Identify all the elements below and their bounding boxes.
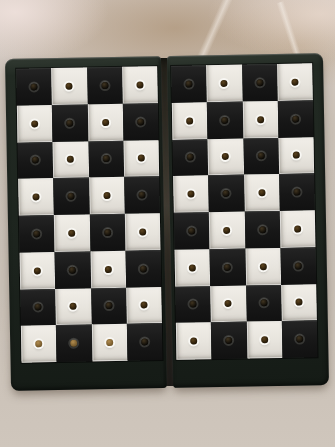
square-h6 bbox=[278, 137, 314, 174]
square-b4 bbox=[54, 214, 90, 251]
peg-hole-icon bbox=[295, 262, 302, 269]
square-g4 bbox=[244, 211, 280, 248]
square-b3 bbox=[55, 251, 91, 288]
square-b7 bbox=[52, 104, 88, 141]
peg-hole-icon bbox=[137, 118, 144, 125]
peg-hole-icon bbox=[102, 155, 109, 162]
square-d7 bbox=[123, 103, 159, 140]
peg-hole-icon bbox=[190, 338, 197, 345]
square-a7 bbox=[17, 105, 53, 142]
peg-hole-icon bbox=[260, 300, 267, 307]
square-b1 bbox=[56, 325, 92, 362]
peg-hole-icon bbox=[223, 190, 230, 197]
table-surface bbox=[0, 0, 335, 447]
peg-hole-icon bbox=[292, 115, 299, 122]
peg-hole-icon bbox=[221, 80, 228, 87]
square-a3 bbox=[20, 252, 56, 289]
peg-hole-icon bbox=[256, 79, 263, 86]
square-c7 bbox=[87, 104, 123, 141]
square-b8 bbox=[51, 67, 87, 104]
peg-hole-icon bbox=[189, 264, 196, 271]
square-e8 bbox=[171, 65, 207, 102]
peg-hole-icon bbox=[222, 153, 229, 160]
peg-hole-icon bbox=[190, 301, 197, 308]
peg-hole-icon bbox=[186, 117, 193, 124]
square-c6 bbox=[88, 140, 124, 177]
peg-hole-icon bbox=[259, 226, 266, 233]
square-a4 bbox=[19, 215, 55, 252]
peg-hole-icon bbox=[224, 263, 231, 270]
peg-hole-icon bbox=[294, 225, 301, 232]
peg-hole-icon bbox=[70, 303, 77, 310]
peg-hole-icon bbox=[105, 302, 112, 309]
board-left-half bbox=[5, 56, 167, 391]
square-d4 bbox=[125, 213, 161, 250]
square-c3 bbox=[90, 251, 126, 288]
peg-hole-icon bbox=[188, 227, 195, 234]
square-e3 bbox=[175, 249, 211, 286]
square-a1 bbox=[21, 325, 57, 362]
square-g6 bbox=[243, 137, 279, 174]
square-b6 bbox=[53, 141, 89, 178]
square-d6 bbox=[123, 140, 159, 177]
square-g1 bbox=[246, 321, 282, 358]
peg-hole-icon bbox=[101, 82, 108, 89]
square-h8 bbox=[277, 63, 313, 100]
square-d8 bbox=[122, 66, 158, 103]
square-a8 bbox=[16, 68, 52, 105]
peg-hole-icon bbox=[221, 116, 228, 123]
peg-hole-icon bbox=[67, 156, 74, 163]
peg-hole-icon bbox=[257, 153, 264, 160]
peg-hole-icon bbox=[68, 193, 75, 200]
square-c1 bbox=[91, 324, 127, 361]
square-a6 bbox=[18, 142, 54, 179]
peg-hole-icon bbox=[31, 83, 38, 90]
square-d2 bbox=[126, 287, 162, 324]
square-d5 bbox=[124, 176, 160, 213]
peg-hole-icon bbox=[187, 154, 194, 161]
peg-hole-icon bbox=[188, 191, 195, 198]
peg-hole-icon bbox=[138, 192, 145, 199]
square-h7 bbox=[278, 100, 314, 137]
square-d1 bbox=[127, 323, 163, 360]
peg-hole-icon bbox=[258, 189, 265, 196]
peg-hole-icon bbox=[140, 302, 147, 309]
peg-hole-icon bbox=[293, 189, 300, 196]
peg-hole-icon bbox=[295, 299, 302, 306]
square-g7 bbox=[242, 101, 278, 138]
square-c2 bbox=[91, 287, 127, 324]
square-e4 bbox=[174, 212, 210, 249]
chess-board bbox=[5, 53, 329, 391]
square-b2 bbox=[55, 288, 91, 325]
square-f2 bbox=[210, 285, 246, 322]
square-c5 bbox=[89, 177, 125, 214]
peg-hole-icon bbox=[136, 81, 143, 88]
peg-hole-icon bbox=[34, 267, 41, 274]
peg-hole-icon bbox=[106, 339, 113, 346]
squares-grid-right bbox=[171, 63, 317, 360]
square-g8 bbox=[242, 64, 278, 101]
peg-hole-icon bbox=[296, 336, 303, 343]
square-g2 bbox=[246, 284, 282, 321]
peg-hole-icon bbox=[102, 119, 109, 126]
peg-hole-icon bbox=[66, 119, 73, 126]
peg-hole-icon bbox=[68, 230, 75, 237]
peg-hole-icon bbox=[35, 340, 42, 347]
square-f7 bbox=[207, 101, 243, 138]
board-right-half bbox=[167, 53, 329, 388]
square-h2 bbox=[281, 284, 317, 321]
square-g3 bbox=[245, 248, 281, 285]
peg-hole-icon bbox=[141, 338, 148, 345]
square-f5 bbox=[208, 175, 244, 212]
square-b5 bbox=[53, 178, 89, 215]
square-h3 bbox=[280, 247, 316, 284]
square-d3 bbox=[125, 250, 161, 287]
peg-hole-icon bbox=[31, 120, 38, 127]
square-e7 bbox=[172, 102, 208, 139]
peg-hole-icon bbox=[291, 78, 298, 85]
square-h5 bbox=[279, 174, 315, 211]
peg-hole-icon bbox=[257, 116, 264, 123]
square-g5 bbox=[244, 174, 280, 211]
peg-hole-icon bbox=[35, 304, 42, 311]
peg-hole-icon bbox=[225, 300, 232, 307]
peg-hole-icon bbox=[69, 266, 76, 273]
square-h4 bbox=[280, 210, 316, 247]
peg-hole-icon bbox=[225, 337, 232, 344]
peg-hole-icon bbox=[139, 228, 146, 235]
peg-hole-icon bbox=[138, 155, 145, 162]
square-e1 bbox=[176, 322, 212, 359]
peg-hole-icon bbox=[261, 336, 268, 343]
square-c4 bbox=[89, 214, 125, 251]
square-e6 bbox=[172, 139, 208, 176]
peg-hole-icon bbox=[104, 229, 111, 236]
peg-hole-icon bbox=[223, 227, 230, 234]
square-a5 bbox=[18, 178, 54, 215]
peg-hole-icon bbox=[140, 265, 147, 272]
square-h1 bbox=[282, 321, 318, 358]
peg-hole-icon bbox=[71, 340, 78, 347]
square-f4 bbox=[209, 212, 245, 249]
peg-hole-icon bbox=[259, 263, 266, 270]
square-f8 bbox=[206, 65, 242, 102]
square-f3 bbox=[210, 248, 246, 285]
peg-hole-icon bbox=[103, 192, 110, 199]
square-f1 bbox=[211, 322, 247, 359]
peg-hole-icon bbox=[33, 230, 40, 237]
squares-grid-left bbox=[16, 66, 162, 363]
peg-hole-icon bbox=[66, 83, 73, 90]
square-a2 bbox=[20, 289, 56, 326]
peg-hole-icon bbox=[33, 193, 40, 200]
square-e2 bbox=[175, 286, 211, 323]
peg-hole-icon bbox=[293, 152, 300, 159]
square-f6 bbox=[208, 138, 244, 175]
peg-hole-icon bbox=[104, 266, 111, 273]
peg-hole-icon bbox=[186, 80, 193, 87]
peg-hole-icon bbox=[32, 157, 39, 164]
square-c8 bbox=[87, 67, 123, 104]
square-e5 bbox=[173, 175, 209, 212]
